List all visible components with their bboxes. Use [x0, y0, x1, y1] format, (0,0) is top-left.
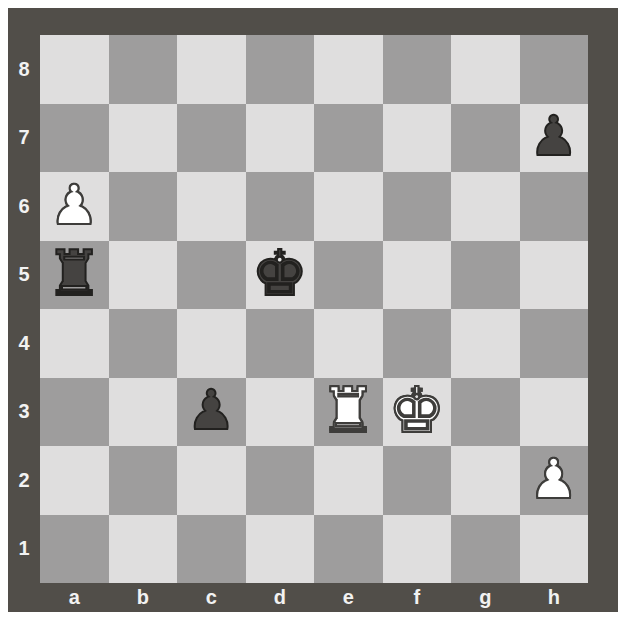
square-d6[interactable] — [246, 172, 315, 241]
file-label-d: d — [246, 583, 315, 612]
square-d4[interactable] — [246, 309, 315, 378]
square-h7[interactable]: ♟ — [520, 104, 589, 173]
square-b3[interactable] — [109, 378, 178, 447]
square-e4[interactable] — [314, 309, 383, 378]
square-a6[interactable]: ♟ — [40, 172, 109, 241]
rank-label-4: 4 — [8, 309, 40, 378]
square-h1[interactable] — [520, 515, 589, 584]
file-label-c: c — [177, 583, 246, 612]
rank-labels: 87654321 — [8, 35, 40, 583]
square-g4[interactable] — [451, 309, 520, 378]
square-e6[interactable] — [314, 172, 383, 241]
square-g5[interactable] — [451, 241, 520, 310]
square-c7[interactable] — [177, 104, 246, 173]
square-e8[interactable] — [314, 35, 383, 104]
rank-label-8: 8 — [8, 35, 40, 104]
square-a3[interactable] — [40, 378, 109, 447]
square-a8[interactable] — [40, 35, 109, 104]
square-b1[interactable] — [109, 515, 178, 584]
square-g2[interactable] — [451, 446, 520, 515]
white-pawn-a6[interactable]: ♟ — [50, 178, 99, 233]
square-a1[interactable] — [40, 515, 109, 584]
square-c1[interactable] — [177, 515, 246, 584]
board-frame: 87654321 ♟♟♜♚♟♜♚♟ abcdefgh — [8, 8, 618, 612]
square-f6[interactable] — [383, 172, 452, 241]
square-d2[interactable] — [246, 446, 315, 515]
rank-label-7: 7 — [8, 104, 40, 173]
square-b7[interactable] — [109, 104, 178, 173]
square-e3[interactable]: ♜ — [314, 378, 383, 447]
square-d5[interactable]: ♚ — [246, 241, 315, 310]
rank-label-3: 3 — [8, 378, 40, 447]
square-g1[interactable] — [451, 515, 520, 584]
square-b2[interactable] — [109, 446, 178, 515]
square-h4[interactable] — [520, 309, 589, 378]
black-king-d5[interactable]: ♚ — [252, 242, 308, 305]
square-b5[interactable] — [109, 241, 178, 310]
rank-label-2: 2 — [8, 446, 40, 515]
square-f2[interactable] — [383, 446, 452, 515]
square-c4[interactable] — [177, 309, 246, 378]
square-f7[interactable] — [383, 104, 452, 173]
chess-board: ♟♟♜♚♟♜♚♟ — [40, 35, 588, 583]
square-e1[interactable] — [314, 515, 383, 584]
white-rook-e3[interactable]: ♜ — [320, 379, 376, 442]
file-label-e: e — [314, 583, 383, 612]
rank-label-1: 1 — [8, 515, 40, 584]
black-pawn-h7[interactable]: ♟ — [529, 109, 578, 164]
square-f4[interactable] — [383, 309, 452, 378]
square-g6[interactable] — [451, 172, 520, 241]
rank-label-6: 6 — [8, 172, 40, 241]
square-d3[interactable] — [246, 378, 315, 447]
file-label-b: b — [109, 583, 178, 612]
square-e2[interactable] — [314, 446, 383, 515]
file-label-a: a — [40, 583, 109, 612]
file-labels: abcdefgh — [40, 583, 588, 612]
square-h5[interactable] — [520, 241, 589, 310]
square-c2[interactable] — [177, 446, 246, 515]
black-pawn-c3[interactable]: ♟ — [187, 383, 236, 438]
square-d1[interactable] — [246, 515, 315, 584]
square-b4[interactable] — [109, 309, 178, 378]
square-g7[interactable] — [451, 104, 520, 173]
file-label-f: f — [383, 583, 452, 612]
square-g8[interactable] — [451, 35, 520, 104]
square-h3[interactable] — [520, 378, 589, 447]
file-label-g: g — [451, 583, 520, 612]
square-c3[interactable]: ♟ — [177, 378, 246, 447]
square-a2[interactable] — [40, 446, 109, 515]
white-pawn-h2[interactable]: ♟ — [529, 452, 578, 507]
rank-label-5: 5 — [8, 241, 40, 310]
square-f3[interactable]: ♚ — [383, 378, 452, 447]
square-c6[interactable] — [177, 172, 246, 241]
square-b8[interactable] — [109, 35, 178, 104]
square-e7[interactable] — [314, 104, 383, 173]
square-f5[interactable] — [383, 241, 452, 310]
square-h8[interactable] — [520, 35, 589, 104]
square-b6[interactable] — [109, 172, 178, 241]
square-f1[interactable] — [383, 515, 452, 584]
square-a4[interactable] — [40, 309, 109, 378]
square-h6[interactable] — [520, 172, 589, 241]
square-c8[interactable] — [177, 35, 246, 104]
square-g3[interactable] — [451, 378, 520, 447]
black-rook-a5[interactable]: ♜ — [46, 242, 102, 305]
square-h2[interactable]: ♟ — [520, 446, 589, 515]
file-label-h: h — [520, 583, 589, 612]
square-a5[interactable]: ♜ — [40, 241, 109, 310]
square-c5[interactable] — [177, 241, 246, 310]
square-e5[interactable] — [314, 241, 383, 310]
white-king-f3[interactable]: ♚ — [389, 379, 445, 442]
square-d8[interactable] — [246, 35, 315, 104]
square-a7[interactable] — [40, 104, 109, 173]
square-f8[interactable] — [383, 35, 452, 104]
square-d7[interactable] — [246, 104, 315, 173]
